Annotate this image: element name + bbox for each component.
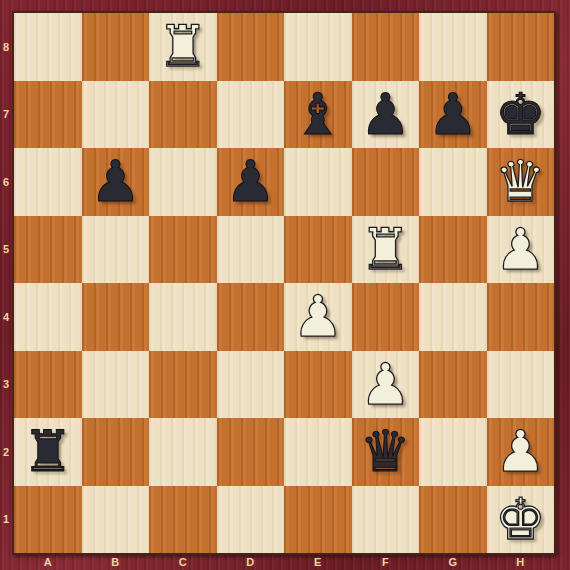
piece-black-pawn-d6[interactable]: ♟ (217, 148, 285, 216)
square-a4[interactable] (14, 283, 82, 351)
square-b5[interactable] (82, 216, 150, 284)
square-c5[interactable] (149, 216, 217, 284)
piece-white-pawn-e4[interactable]: ♟ (284, 283, 352, 351)
piece-white-rook-f5[interactable]: ♜ (352, 216, 420, 284)
rank-label-1: 1 (0, 486, 12, 554)
square-e3[interactable] (284, 351, 352, 419)
file-label-f: F (352, 554, 420, 569)
piece-black-pawn-b6[interactable]: ♟ (82, 148, 150, 216)
square-d1[interactable] (217, 486, 285, 554)
square-g1[interactable] (419, 486, 487, 554)
rank-label-8: 8 (0, 13, 12, 81)
file-label-d: D (217, 554, 285, 569)
square-f4[interactable] (352, 283, 420, 351)
square-b2[interactable] (82, 418, 150, 486)
file-label-e: E (284, 554, 352, 569)
square-a2[interactable]: ♜ (14, 418, 82, 486)
square-d5[interactable] (217, 216, 285, 284)
square-f1[interactable] (352, 486, 420, 554)
square-c8[interactable]: ♜ (149, 13, 217, 81)
square-h4[interactable] (487, 283, 555, 351)
square-d2[interactable] (217, 418, 285, 486)
square-f6[interactable] (352, 148, 420, 216)
square-c2[interactable] (149, 418, 217, 486)
piece-white-pawn-f3[interactable]: ♟ (352, 351, 420, 419)
square-h3[interactable] (487, 351, 555, 419)
square-h5[interactable]: ♟ (487, 216, 555, 284)
square-d6[interactable]: ♟ (217, 148, 285, 216)
chess-board-frame: 87654321 ♜♝♟♟♚♟♟♛♜♟♟♟♜♛♟♚ ABCDEFGH (0, 0, 570, 570)
piece-white-queen-h6[interactable]: ♛ (487, 148, 555, 216)
piece-black-king-h7[interactable]: ♚ (487, 81, 555, 149)
square-e8[interactable] (284, 13, 352, 81)
square-d3[interactable] (217, 351, 285, 419)
square-c3[interactable] (149, 351, 217, 419)
square-e5[interactable] (284, 216, 352, 284)
rank-label-7: 7 (0, 81, 12, 149)
file-label-b: B (82, 554, 150, 569)
square-a6[interactable] (14, 148, 82, 216)
square-g6[interactable] (419, 148, 487, 216)
piece-white-rook-c8[interactable]: ♜ (149, 13, 217, 81)
piece-white-king-h1[interactable]: ♚ (487, 486, 555, 554)
square-b4[interactable] (82, 283, 150, 351)
piece-black-rook-a2[interactable]: ♜ (14, 418, 82, 486)
square-c4[interactable] (149, 283, 217, 351)
rank-label-5: 5 (0, 216, 12, 284)
square-c7[interactable] (149, 81, 217, 149)
square-d7[interactable] (217, 81, 285, 149)
rank-label-3: 3 (0, 351, 12, 419)
piece-white-pawn-h2[interactable]: ♟ (487, 418, 555, 486)
square-g2[interactable] (419, 418, 487, 486)
rank-label-4: 4 (0, 283, 12, 351)
square-f8[interactable] (352, 13, 420, 81)
square-c1[interactable] (149, 486, 217, 554)
square-h7[interactable]: ♚ (487, 81, 555, 149)
square-h1[interactable]: ♚ (487, 486, 555, 554)
square-d8[interactable] (217, 13, 285, 81)
file-labels: ABCDEFGH (14, 554, 554, 569)
piece-black-pawn-g7[interactable]: ♟ (419, 81, 487, 149)
square-e6[interactable] (284, 148, 352, 216)
file-label-g: G (419, 554, 487, 569)
square-e7[interactable]: ♝ (284, 81, 352, 149)
square-f2[interactable]: ♛ (352, 418, 420, 486)
square-a5[interactable] (14, 216, 82, 284)
square-h8[interactable] (487, 13, 555, 81)
piece-black-queen-f2[interactable]: ♛ (352, 418, 420, 486)
square-e1[interactable] (284, 486, 352, 554)
square-f3[interactable]: ♟ (352, 351, 420, 419)
square-b3[interactable] (82, 351, 150, 419)
square-g4[interactable] (419, 283, 487, 351)
square-h2[interactable]: ♟ (487, 418, 555, 486)
piece-white-pawn-h5[interactable]: ♟ (487, 216, 555, 284)
rank-labels: 87654321 (0, 13, 12, 553)
square-b6[interactable]: ♟ (82, 148, 150, 216)
rank-label-2: 2 (0, 418, 12, 486)
square-b7[interactable] (82, 81, 150, 149)
chess-board: ♜♝♟♟♚♟♟♛♜♟♟♟♜♛♟♚ (12, 11, 556, 555)
square-g3[interactable] (419, 351, 487, 419)
square-a1[interactable] (14, 486, 82, 554)
file-label-c: C (149, 554, 217, 569)
square-b1[interactable] (82, 486, 150, 554)
square-e4[interactable]: ♟ (284, 283, 352, 351)
rank-label-6: 6 (0, 148, 12, 216)
file-label-h: H (487, 554, 555, 569)
square-f5[interactable]: ♜ (352, 216, 420, 284)
square-a3[interactable] (14, 351, 82, 419)
square-g7[interactable]: ♟ (419, 81, 487, 149)
square-a8[interactable] (14, 13, 82, 81)
square-e2[interactable] (284, 418, 352, 486)
square-f7[interactable]: ♟ (352, 81, 420, 149)
square-c6[interactable] (149, 148, 217, 216)
square-d4[interactable] (217, 283, 285, 351)
piece-black-pawn-f7[interactable]: ♟ (352, 81, 420, 149)
square-g5[interactable] (419, 216, 487, 284)
square-h6[interactable]: ♛ (487, 148, 555, 216)
file-label-a: A (14, 554, 82, 569)
piece-black-bishop-e7[interactable]: ♝ (284, 81, 352, 149)
square-a7[interactable] (14, 81, 82, 149)
square-g8[interactable] (419, 13, 487, 81)
square-b8[interactable] (82, 13, 150, 81)
